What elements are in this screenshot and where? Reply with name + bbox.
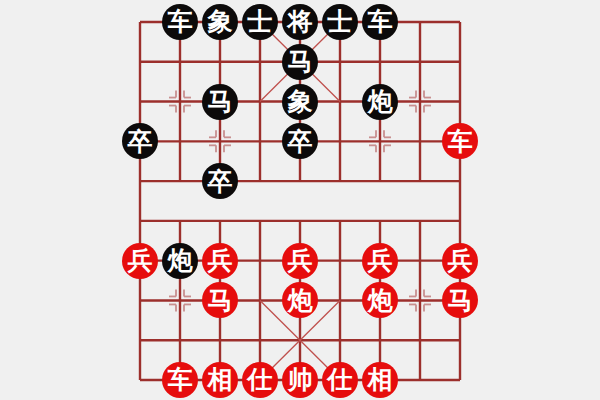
piece-red-advisor[interactable]: 仕 — [242, 362, 278, 398]
piece-black-chariot[interactable]: 车 — [162, 4, 198, 40]
piece-red-soldier[interactable]: 兵 — [122, 243, 158, 279]
piece-black-advisor[interactable]: 士 — [322, 4, 358, 40]
piece-red-cannon[interactable]: 炮 — [362, 282, 398, 318]
board-grid[interactable]: 车象士将士车马马象炮卒卒卒炮兵兵兵兵兵车马炮炮马车相仕帅仕相 — [120, 2, 480, 400]
piece-red-soldier[interactable]: 兵 — [282, 243, 318, 279]
piece-red-chariot[interactable]: 车 — [442, 123, 478, 159]
piece-black-soldier[interactable]: 卒 — [202, 163, 238, 199]
piece-black-cannon[interactable]: 炮 — [162, 243, 198, 279]
piece-black-soldier[interactable]: 卒 — [122, 123, 158, 159]
piece-black-advisor[interactable]: 士 — [242, 4, 278, 40]
piece-red-elephant[interactable]: 相 — [362, 362, 398, 398]
piece-red-chariot[interactable]: 车 — [162, 362, 198, 398]
piece-black-horse[interactable]: 马 — [282, 44, 318, 80]
piece-red-horse[interactable]: 马 — [442, 282, 478, 318]
piece-red-soldier[interactable]: 兵 — [202, 243, 238, 279]
piece-black-cannon[interactable]: 炮 — [362, 84, 398, 120]
piece-red-general[interactable]: 帅 — [282, 362, 318, 398]
xiangqi-board-screen: 车象士将士车马马象炮卒卒卒炮兵兵兵兵兵车马炮炮马车相仕帅仕相 — [0, 0, 600, 400]
piece-red-soldier[interactable]: 兵 — [442, 243, 478, 279]
piece-black-elephant[interactable]: 象 — [282, 84, 318, 120]
piece-black-elephant[interactable]: 象 — [202, 4, 238, 40]
piece-red-elephant[interactable]: 相 — [202, 362, 238, 398]
piece-red-horse[interactable]: 马 — [202, 282, 238, 318]
piece-red-cannon[interactable]: 炮 — [282, 282, 318, 318]
piece-red-advisor[interactable]: 仕 — [322, 362, 358, 398]
piece-black-general[interactable]: 将 — [282, 4, 318, 40]
piece-black-horse[interactable]: 马 — [202, 84, 238, 120]
piece-red-soldier[interactable]: 兵 — [362, 243, 398, 279]
piece-black-soldier[interactable]: 卒 — [282, 123, 318, 159]
piece-black-chariot[interactable]: 车 — [362, 4, 398, 40]
